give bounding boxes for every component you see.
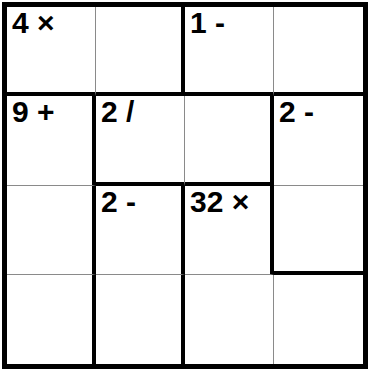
cell-r2c0[interactable] [7,186,96,275]
cell-r3c2[interactable] [185,275,274,364]
cage-clue-G: 32 × [190,187,249,217]
cage-clue-A: 4 × [12,8,55,38]
cage-clue-D: 2 / [101,97,134,127]
cell-r2c1[interactable]: 2 - [96,186,185,275]
cell-r0c2[interactable]: 1 - [185,7,274,96]
cell-r3c1[interactable] [96,275,185,364]
cage-clue-E: 2 - [279,97,314,127]
cell-r0c1[interactable] [96,7,185,96]
cell-r1c3[interactable]: 2 - [274,96,363,185]
cell-r3c0[interactable] [7,275,96,364]
cage-clue-F: 2 - [101,187,136,217]
cage-clue-B: 1 - [190,8,225,38]
cell-r1c1[interactable]: 2 / [96,96,185,185]
cell-r2c3[interactable] [274,186,363,275]
kenken-board: 4 ×1 -9 +2 /2 -2 -32 × [2,2,368,369]
cell-r3c3[interactable] [274,275,363,364]
cell-r0c3[interactable] [274,7,363,96]
cell-r1c2[interactable] [185,96,274,185]
cage-clue-C: 9 + [12,97,55,127]
cell-r0c0[interactable]: 4 × [7,7,96,96]
cell-r2c2[interactable]: 32 × [185,186,274,275]
cell-r1c0[interactable]: 9 + [7,96,96,185]
